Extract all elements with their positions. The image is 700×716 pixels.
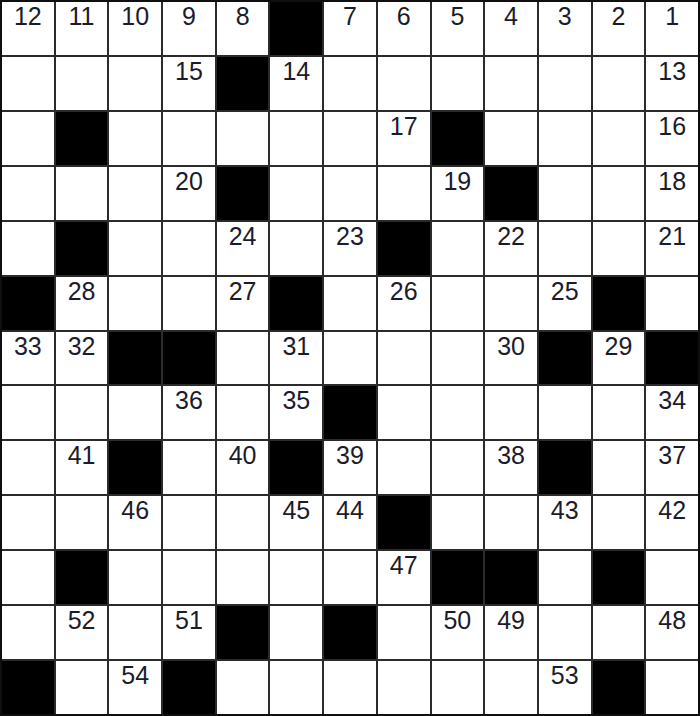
clue-number-5: 5 [432, 4, 484, 29]
cell-5-10[interactable]: 25 [539, 277, 591, 330]
clue-number-19: 19 [432, 169, 484, 194]
cell-9-3[interactable] [163, 496, 215, 549]
cell-6-8[interactable] [432, 332, 484, 385]
cell-6-4[interactable] [217, 332, 269, 385]
cell-9-11[interactable] [593, 496, 645, 549]
cell-10-4[interactable] [217, 551, 269, 604]
cell-1-7[interactable] [378, 57, 430, 110]
cell-12-11-black [593, 661, 645, 714]
clue-number-53: 53 [539, 663, 591, 688]
cell-8-8[interactable] [432, 441, 484, 494]
cell-12-5[interactable] [270, 661, 322, 714]
cell-0-2[interactable]: 10 [109, 2, 161, 55]
cell-8-1[interactable]: 41 [56, 441, 108, 494]
cell-9-7-black [378, 496, 430, 549]
cell-10-5[interactable] [270, 551, 322, 604]
clue-number-51: 51 [163, 608, 215, 633]
cell-4-9[interactable]: 22 [485, 222, 537, 275]
cell-11-0[interactable] [2, 606, 54, 659]
cell-11-8[interactable]: 50 [432, 606, 484, 659]
cell-2-11[interactable] [593, 112, 645, 165]
cell-2-2[interactable] [109, 112, 161, 165]
cell-2-9[interactable] [485, 112, 537, 165]
cell-2-6[interactable] [324, 112, 376, 165]
cell-4-7-black [378, 222, 430, 275]
cell-2-12[interactable]: 16 [646, 112, 698, 165]
cell-8-9[interactable]: 38 [485, 441, 537, 494]
cell-6-2-black [109, 332, 161, 385]
cell-11-12[interactable]: 48 [646, 606, 698, 659]
clue-number-44: 44 [324, 498, 376, 523]
cell-3-3[interactable]: 20 [163, 167, 215, 220]
clue-number-1: 1 [646, 4, 698, 29]
cell-8-10-black [539, 441, 591, 494]
cell-8-12[interactable]: 37 [646, 441, 698, 494]
cell-6-7[interactable] [378, 332, 430, 385]
cell-8-4[interactable]: 40 [217, 441, 269, 494]
clue-number-25: 25 [539, 279, 591, 304]
cell-11-7[interactable] [378, 606, 430, 659]
cell-0-0[interactable]: 12 [2, 2, 54, 55]
cell-5-2[interactable] [109, 277, 161, 330]
cell-5-1[interactable]: 28 [56, 277, 108, 330]
cell-9-0[interactable] [2, 496, 54, 549]
clue-number-24: 24 [217, 224, 269, 249]
clue-number-42: 42 [646, 498, 698, 523]
cell-7-12[interactable]: 34 [646, 386, 698, 439]
cell-3-4-black [217, 167, 269, 220]
cell-6-12-black [646, 332, 698, 385]
cell-5-12[interactable] [646, 277, 698, 330]
cell-7-1[interactable] [56, 386, 108, 439]
cell-7-9[interactable] [485, 386, 537, 439]
clue-number-3: 3 [539, 4, 591, 29]
cell-8-0[interactable] [2, 441, 54, 494]
clue-number-41: 41 [56, 443, 108, 468]
clue-number-40: 40 [217, 443, 269, 468]
cell-5-5-black [270, 277, 322, 330]
clue-number-27: 27 [217, 279, 269, 304]
cell-8-7[interactable] [378, 441, 430, 494]
cell-4-6[interactable]: 23 [324, 222, 376, 275]
cell-0-1[interactable]: 11 [56, 2, 108, 55]
clue-number-4: 4 [485, 4, 537, 29]
cell-9-9[interactable] [485, 496, 537, 549]
cell-10-1-black [56, 551, 108, 604]
clue-number-45: 45 [270, 498, 322, 523]
cell-2-0[interactable] [2, 112, 54, 165]
cell-11-2[interactable] [109, 606, 161, 659]
clue-number-34: 34 [646, 388, 698, 413]
cell-10-9-black [485, 551, 537, 604]
cell-11-11[interactable] [593, 606, 645, 659]
cell-12-2[interactable]: 54 [109, 661, 161, 714]
cell-9-4[interactable] [217, 496, 269, 549]
clue-number-29: 29 [593, 334, 645, 359]
clue-number-13: 13 [646, 59, 698, 84]
cell-7-10[interactable] [539, 386, 591, 439]
cell-7-6-black [324, 386, 376, 439]
cell-0-6[interactable]: 7 [324, 2, 376, 55]
cell-3-0[interactable] [2, 167, 54, 220]
cell-6-9[interactable]: 30 [485, 332, 537, 385]
cell-3-1[interactable] [56, 167, 108, 220]
cell-1-4-black [217, 57, 269, 110]
cell-7-8[interactable] [432, 386, 484, 439]
cell-2-3[interactable] [163, 112, 215, 165]
cell-5-9[interactable] [485, 277, 537, 330]
clue-number-46: 46 [109, 498, 161, 523]
cell-3-9-black [485, 167, 537, 220]
clue-number-35: 35 [270, 388, 322, 413]
cell-6-10-black [539, 332, 591, 385]
cell-3-2[interactable] [109, 167, 161, 220]
cell-7-0[interactable] [2, 386, 54, 439]
cell-6-11[interactable]: 29 [593, 332, 645, 385]
cell-4-1-black [56, 222, 108, 275]
cell-4-4[interactable]: 24 [217, 222, 269, 275]
cell-4-2[interactable] [109, 222, 161, 275]
cell-11-3[interactable]: 51 [163, 606, 215, 659]
cell-1-3[interactable]: 15 [163, 57, 215, 110]
cell-5-3[interactable] [163, 277, 215, 330]
cell-10-0[interactable] [2, 551, 54, 604]
cell-11-4-black [217, 606, 269, 659]
cell-7-2[interactable] [109, 386, 161, 439]
clue-number-16: 16 [646, 114, 698, 139]
cell-7-7[interactable] [378, 386, 430, 439]
clue-number-8: 8 [217, 4, 269, 29]
cell-12-6[interactable] [324, 661, 376, 714]
clue-number-11: 11 [56, 4, 108, 29]
cell-11-9[interactable]: 49 [485, 606, 537, 659]
clue-number-31: 31 [270, 334, 322, 359]
cell-0-4[interactable]: 8 [217, 2, 269, 55]
clue-number-6: 6 [378, 4, 430, 29]
clue-number-54: 54 [109, 663, 161, 688]
cell-12-1[interactable] [56, 661, 108, 714]
cell-12-0-black [2, 661, 54, 714]
cell-11-1[interactable]: 52 [56, 606, 108, 659]
cell-8-5-black [270, 441, 322, 494]
cell-3-10[interactable] [539, 167, 591, 220]
cell-4-11[interactable] [593, 222, 645, 275]
cell-4-8[interactable] [432, 222, 484, 275]
clue-number-37: 37 [646, 443, 698, 468]
clue-number-52: 52 [56, 608, 108, 633]
cell-10-7[interactable]: 47 [378, 551, 430, 604]
cell-9-1[interactable] [56, 496, 108, 549]
cell-5-7[interactable]: 26 [378, 277, 430, 330]
cell-10-11-black [593, 551, 645, 604]
cell-12-8[interactable] [432, 661, 484, 714]
cell-3-6[interactable] [324, 167, 376, 220]
cell-5-8[interactable] [432, 277, 484, 330]
cell-1-11[interactable] [593, 57, 645, 110]
crossword-board: 1211109876543211514131716201918242322212… [0, 0, 700, 716]
cell-2-7[interactable]: 17 [378, 112, 430, 165]
clue-number-21: 21 [646, 224, 698, 249]
clue-number-48: 48 [646, 608, 698, 633]
cell-5-6[interactable] [324, 277, 376, 330]
cell-1-9[interactable] [485, 57, 537, 110]
cell-4-10[interactable] [539, 222, 591, 275]
clue-number-22: 22 [485, 224, 537, 249]
clue-number-33: 33 [2, 334, 54, 359]
cell-1-8[interactable] [432, 57, 484, 110]
cell-6-5[interactable]: 31 [270, 332, 322, 385]
clue-number-50: 50 [432, 608, 484, 633]
clue-number-7: 7 [324, 4, 376, 29]
cell-2-5[interactable] [270, 112, 322, 165]
cell-10-2[interactable] [109, 551, 161, 604]
clue-number-32: 32 [56, 334, 108, 359]
cell-4-3[interactable] [163, 222, 215, 275]
cell-0-8[interactable]: 5 [432, 2, 484, 55]
cell-0-10[interactable]: 3 [539, 2, 591, 55]
cell-2-4[interactable] [217, 112, 269, 165]
clue-number-12: 12 [2, 4, 54, 29]
cell-8-11[interactable] [593, 441, 645, 494]
cell-12-12[interactable] [646, 661, 698, 714]
cell-3-8[interactable]: 19 [432, 167, 484, 220]
clue-number-26: 26 [378, 279, 430, 304]
clue-number-28: 28 [56, 279, 108, 304]
cell-0-3[interactable]: 9 [163, 2, 215, 55]
cell-5-4[interactable]: 27 [217, 277, 269, 330]
cell-3-11[interactable] [593, 167, 645, 220]
cell-11-10[interactable] [539, 606, 591, 659]
cell-3-5[interactable] [270, 167, 322, 220]
cell-7-4[interactable] [217, 386, 269, 439]
cell-3-12[interactable]: 18 [646, 167, 698, 220]
cell-7-11[interactable] [593, 386, 645, 439]
cell-10-12[interactable] [646, 551, 698, 604]
cell-9-5[interactable]: 45 [270, 496, 322, 549]
clue-number-15: 15 [163, 59, 215, 84]
clue-number-20: 20 [163, 169, 215, 194]
cell-3-7[interactable] [378, 167, 430, 220]
cell-5-11-black [593, 277, 645, 330]
clue-number-23: 23 [324, 224, 376, 249]
cell-7-3[interactable]: 36 [163, 386, 215, 439]
clue-number-2: 2 [593, 4, 645, 29]
cell-1-1[interactable] [56, 57, 108, 110]
crossword-page: 1211109876543211514131716201918242322212… [0, 0, 700, 716]
cell-0-5-black [270, 2, 322, 55]
cell-11-5[interactable] [270, 606, 322, 659]
cell-4-5[interactable] [270, 222, 322, 275]
cell-1-2[interactable] [109, 57, 161, 110]
cell-1-5[interactable]: 14 [270, 57, 322, 110]
cell-12-9[interactable] [485, 661, 537, 714]
clue-number-9: 9 [163, 4, 215, 29]
cell-6-3-black [163, 332, 215, 385]
cell-12-10[interactable]: 53 [539, 661, 591, 714]
cell-8-3[interactable] [163, 441, 215, 494]
clue-number-49: 49 [485, 608, 537, 633]
cell-1-12[interactable]: 13 [646, 57, 698, 110]
cell-2-1-black [56, 112, 108, 165]
cell-12-7[interactable] [378, 661, 430, 714]
cell-10-3[interactable] [163, 551, 215, 604]
cell-6-6[interactable] [324, 332, 376, 385]
cell-10-10[interactable] [539, 551, 591, 604]
cell-7-5[interactable]: 35 [270, 386, 322, 439]
cell-9-6[interactable]: 44 [324, 496, 376, 549]
clue-number-17: 17 [378, 114, 430, 139]
cell-5-0-black [2, 277, 54, 330]
cell-0-7[interactable]: 6 [378, 2, 430, 55]
cell-4-12[interactable]: 21 [646, 222, 698, 275]
clue-number-36: 36 [163, 388, 215, 413]
cell-1-0[interactable] [2, 57, 54, 110]
cell-9-10[interactable]: 43 [539, 496, 591, 549]
cell-2-8-black [432, 112, 484, 165]
cell-0-9[interactable]: 4 [485, 2, 537, 55]
clue-number-39: 39 [324, 443, 376, 468]
clue-number-38: 38 [485, 443, 537, 468]
cell-11-6-black [324, 606, 376, 659]
cell-1-10[interactable] [539, 57, 591, 110]
cell-2-10[interactable] [539, 112, 591, 165]
cell-10-8-black [432, 551, 484, 604]
cell-12-3-black [163, 661, 215, 714]
clue-number-18: 18 [646, 169, 698, 194]
cell-10-6[interactable] [324, 551, 376, 604]
clue-number-47: 47 [378, 553, 430, 578]
clue-number-10: 10 [109, 4, 161, 29]
cell-4-0[interactable] [2, 222, 54, 275]
cell-6-0[interactable]: 33 [2, 332, 54, 385]
cell-6-1[interactable]: 32 [56, 332, 108, 385]
cell-9-2[interactable]: 46 [109, 496, 161, 549]
clue-number-14: 14 [270, 59, 322, 84]
cell-0-12[interactable]: 1 [646, 2, 698, 55]
clue-number-30: 30 [485, 334, 537, 359]
cell-1-6[interactable] [324, 57, 376, 110]
cell-12-4[interactable] [217, 661, 269, 714]
cell-9-12[interactable]: 42 [646, 496, 698, 549]
clue-number-43: 43 [539, 498, 591, 523]
cell-0-11[interactable]: 2 [593, 2, 645, 55]
cell-9-8[interactable] [432, 496, 484, 549]
cell-8-6[interactable]: 39 [324, 441, 376, 494]
cell-8-2-black [109, 441, 161, 494]
